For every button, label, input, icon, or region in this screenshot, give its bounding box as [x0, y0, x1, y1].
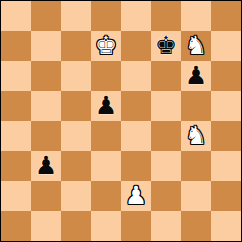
black-pawn-icon[interactable]: ♟ — [95, 91, 117, 121]
square-g2[interactable] — [181, 181, 211, 211]
square-f5[interactable] — [151, 91, 181, 121]
square-h4[interactable] — [211, 121, 241, 151]
square-b6[interactable] — [31, 61, 61, 91]
square-d1[interactable] — [91, 211, 121, 241]
white-pawn-icon[interactable]: ♟ — [125, 181, 147, 211]
square-e5[interactable] — [121, 91, 151, 121]
square-d2[interactable] — [91, 181, 121, 211]
square-a2[interactable] — [1, 181, 31, 211]
square-a5[interactable] — [1, 91, 31, 121]
square-f4[interactable] — [151, 121, 181, 151]
square-f7[interactable]: ♚ — [151, 31, 181, 61]
chess-board-frame: ♚♚♞♟♟♞♟♟ — [0, 0, 242, 242]
square-h5[interactable] — [211, 91, 241, 121]
square-h8[interactable] — [211, 1, 241, 31]
square-d8[interactable] — [91, 1, 121, 31]
square-b5[interactable] — [31, 91, 61, 121]
square-f3[interactable] — [151, 151, 181, 181]
square-a4[interactable] — [1, 121, 31, 151]
square-g3[interactable] — [181, 151, 211, 181]
square-g8[interactable] — [181, 1, 211, 31]
square-b4[interactable] — [31, 121, 61, 151]
square-b2[interactable] — [31, 181, 61, 211]
square-g7[interactable]: ♞ — [181, 31, 211, 61]
square-c1[interactable] — [61, 211, 91, 241]
square-g6[interactable]: ♟ — [181, 61, 211, 91]
square-e4[interactable] — [121, 121, 151, 151]
square-c6[interactable] — [61, 61, 91, 91]
black-king-icon[interactable]: ♚ — [155, 31, 177, 61]
square-g1[interactable] — [181, 211, 211, 241]
square-b8[interactable] — [31, 1, 61, 31]
white-knight-icon[interactable]: ♞ — [185, 31, 207, 61]
square-e7[interactable] — [121, 31, 151, 61]
square-b7[interactable] — [31, 31, 61, 61]
square-a6[interactable] — [1, 61, 31, 91]
square-c8[interactable] — [61, 1, 91, 31]
black-pawn-icon[interactable]: ♟ — [35, 151, 57, 181]
square-d4[interactable] — [91, 121, 121, 151]
square-d6[interactable] — [91, 61, 121, 91]
square-c5[interactable] — [61, 91, 91, 121]
square-h6[interactable] — [211, 61, 241, 91]
square-b1[interactable] — [31, 211, 61, 241]
square-e2[interactable]: ♟ — [121, 181, 151, 211]
square-d3[interactable] — [91, 151, 121, 181]
square-f1[interactable] — [151, 211, 181, 241]
square-f6[interactable] — [151, 61, 181, 91]
square-e1[interactable] — [121, 211, 151, 241]
square-b3[interactable]: ♟ — [31, 151, 61, 181]
square-c3[interactable] — [61, 151, 91, 181]
square-e3[interactable] — [121, 151, 151, 181]
black-pawn-icon[interactable]: ♟ — [185, 61, 207, 91]
square-e8[interactable] — [121, 1, 151, 31]
square-f8[interactable] — [151, 1, 181, 31]
square-h2[interactable] — [211, 181, 241, 211]
square-h3[interactable] — [211, 151, 241, 181]
square-a7[interactable] — [1, 31, 31, 61]
square-a1[interactable] — [1, 211, 31, 241]
chess-board: ♚♚♞♟♟♞♟♟ — [0, 0, 242, 242]
square-h7[interactable] — [211, 31, 241, 61]
square-h1[interactable] — [211, 211, 241, 241]
square-c7[interactable] — [61, 31, 91, 61]
square-e6[interactable] — [121, 61, 151, 91]
square-c4[interactable] — [61, 121, 91, 151]
square-a3[interactable] — [1, 151, 31, 181]
square-a8[interactable] — [1, 1, 31, 31]
white-king-icon[interactable]: ♚ — [95, 31, 117, 61]
square-f2[interactable] — [151, 181, 181, 211]
square-d5[interactable]: ♟ — [91, 91, 121, 121]
white-knight-icon[interactable]: ♞ — [185, 121, 207, 151]
square-c2[interactable] — [61, 181, 91, 211]
square-d7[interactable]: ♚ — [91, 31, 121, 61]
square-g5[interactable] — [181, 91, 211, 121]
square-g4[interactable]: ♞ — [181, 121, 211, 151]
